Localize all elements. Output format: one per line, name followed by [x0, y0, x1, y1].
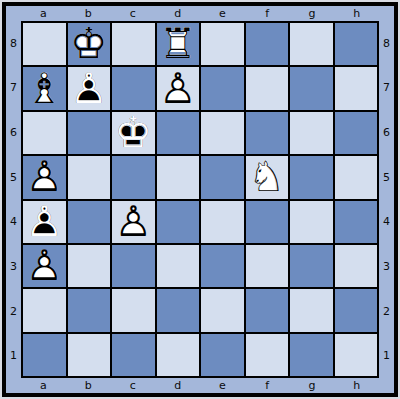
square-c6[interactable]: ♚♔ — [112, 112, 155, 154]
piece-white-pawn-c4[interactable]: ♟♙ — [112, 201, 155, 243]
rank-label-2: 2 — [383, 306, 390, 317]
square-h2[interactable] — [335, 289, 378, 331]
square-d2[interactable] — [157, 289, 200, 331]
rank-label-5: 5 — [10, 172, 17, 183]
square-g3[interactable] — [290, 245, 333, 287]
square-a8[interactable] — [23, 23, 66, 65]
square-e7[interactable] — [201, 67, 244, 109]
file-label-f: f — [245, 380, 290, 391]
board-frame: abcdefgh 87654321 ♚♔♜♖♝♗♟♙♟♙♚♔♟♙♞♘♟♙♟♙♟♙… — [2, 2, 398, 397]
file-label-e: e — [200, 8, 245, 19]
square-f2[interactable] — [246, 289, 289, 331]
file-label-d: d — [155, 380, 200, 391]
rank-label-1: 1 — [383, 350, 390, 361]
rank-label-1: 1 — [10, 350, 17, 361]
square-b1[interactable] — [68, 334, 111, 376]
square-g2[interactable] — [290, 289, 333, 331]
square-h7[interactable] — [335, 67, 378, 109]
piece-outline-glyph: ♗ — [23, 67, 66, 109]
square-c3[interactable] — [112, 245, 155, 287]
square-a3[interactable]: ♟♙ — [23, 245, 66, 287]
square-g7[interactable] — [290, 67, 333, 109]
square-g6[interactable] — [290, 112, 333, 154]
square-b7[interactable]: ♟♙ — [68, 67, 111, 109]
square-b4[interactable] — [68, 201, 111, 243]
file-label-c: c — [111, 380, 156, 391]
square-b3[interactable] — [68, 245, 111, 287]
rank-label-4: 4 — [383, 216, 390, 227]
rank-label-7: 7 — [383, 82, 390, 93]
rank-label-7: 7 — [10, 82, 17, 93]
piece-white-pawn-a5[interactable]: ♟♙ — [23, 156, 66, 198]
square-h5[interactable] — [335, 156, 378, 198]
piece-outline-glyph: ♙ — [68, 67, 111, 109]
piece-outline-glyph: ♙ — [23, 156, 66, 198]
square-a2[interactable] — [23, 289, 66, 331]
rank-label-2: 2 — [10, 306, 17, 317]
square-b6[interactable] — [68, 112, 111, 154]
square-d3[interactable] — [157, 245, 200, 287]
piece-white-rook-d8[interactable]: ♜♖ — [157, 23, 200, 65]
file-label-c: c — [111, 8, 156, 19]
square-a5[interactable]: ♟♙ — [23, 156, 66, 198]
file-label-b: b — [66, 380, 111, 391]
square-c7[interactable] — [112, 67, 155, 109]
square-d5[interactable] — [157, 156, 200, 198]
piece-white-pawn-a3[interactable]: ♟♙ — [23, 245, 66, 287]
square-h4[interactable] — [335, 201, 378, 243]
chess-board: ♚♔♜♖♝♗♟♙♟♙♚♔♟♙♞♘♟♙♟♙♟♙ — [21, 21, 379, 378]
square-f4[interactable] — [246, 201, 289, 243]
square-e3[interactable] — [201, 245, 244, 287]
piece-outline-glyph: ♘ — [246, 156, 289, 198]
rank-label-6: 6 — [10, 127, 17, 138]
piece-black-pawn-b7[interactable]: ♟♙ — [68, 67, 111, 109]
piece-outline-glyph: ♔ — [112, 112, 155, 154]
file-label-a: a — [21, 380, 66, 391]
piece-outline-glyph: ♖ — [157, 23, 200, 65]
square-f7[interactable] — [246, 67, 289, 109]
piece-black-king-c6[interactable]: ♚♔ — [112, 112, 155, 154]
piece-white-bishop-a7[interactable]: ♝♗ — [23, 67, 66, 109]
rank-label-5: 5 — [383, 172, 390, 183]
square-d1[interactable] — [157, 334, 200, 376]
square-a6[interactable] — [23, 112, 66, 154]
rank-label-3: 3 — [10, 261, 17, 272]
file-label-b: b — [66, 8, 111, 19]
file-label-h: h — [334, 380, 379, 391]
rank-label-4: 4 — [10, 216, 17, 227]
square-e5[interactable] — [201, 156, 244, 198]
square-g1[interactable] — [290, 334, 333, 376]
square-f1[interactable] — [246, 334, 289, 376]
piece-outline-glyph: ♙ — [23, 245, 66, 287]
square-d7[interactable]: ♟♙ — [157, 67, 200, 109]
square-f6[interactable] — [246, 112, 289, 154]
rank-label-8: 8 — [383, 38, 390, 49]
square-h1[interactable] — [335, 334, 378, 376]
piece-outline-glyph: ♔ — [68, 23, 111, 65]
piece-black-pawn-a4[interactable]: ♟♙ — [23, 201, 66, 243]
rank-labels-left: 87654321 — [6, 21, 21, 378]
file-label-f: f — [245, 8, 290, 19]
piece-white-pawn-d7[interactable]: ♟♙ — [157, 67, 200, 109]
piece-outline-glyph: ♙ — [157, 67, 200, 109]
piece-white-king-b8[interactable]: ♚♔ — [68, 23, 111, 65]
file-label-h: h — [334, 8, 379, 19]
square-e1[interactable] — [201, 334, 244, 376]
file-label-g: g — [290, 380, 335, 391]
square-f3[interactable] — [246, 245, 289, 287]
square-g4[interactable] — [290, 201, 333, 243]
square-f8[interactable] — [246, 23, 289, 65]
square-a4[interactable]: ♟♙ — [23, 201, 66, 243]
square-g8[interactable] — [290, 23, 333, 65]
square-e6[interactable] — [201, 112, 244, 154]
rank-label-3: 3 — [383, 261, 390, 272]
coordinate-band: abcdefgh 87654321 ♚♔♜♖♝♗♟♙♟♙♚♔♟♙♞♘♟♙♟♙♟♙… — [6, 6, 394, 393]
square-h6[interactable] — [335, 112, 378, 154]
square-b8[interactable]: ♚♔ — [68, 23, 111, 65]
file-labels-bottom: abcdefgh — [21, 378, 379, 393]
file-label-d: d — [155, 8, 200, 19]
square-d4[interactable] — [157, 201, 200, 243]
square-h3[interactable] — [335, 245, 378, 287]
square-e2[interactable] — [201, 289, 244, 331]
square-c1[interactable] — [112, 334, 155, 376]
square-d8[interactable]: ♜♖ — [157, 23, 200, 65]
square-c2[interactable] — [112, 289, 155, 331]
file-label-g: g — [290, 8, 335, 19]
file-label-e: e — [200, 380, 245, 391]
piece-outline-glyph: ♙ — [23, 201, 66, 243]
rank-label-8: 8 — [10, 38, 17, 49]
piece-white-knight-f5[interactable]: ♞♘ — [246, 156, 289, 198]
square-c4[interactable]: ♟♙ — [112, 201, 155, 243]
square-e8[interactable] — [201, 23, 244, 65]
square-f5[interactable]: ♞♘ — [246, 156, 289, 198]
square-e4[interactable] — [201, 201, 244, 243]
chess-diagram: abcdefgh 87654321 ♚♔♜♖♝♗♟♙♟♙♚♔♟♙♞♘♟♙♟♙♟♙… — [0, 0, 400, 399]
square-a1[interactable] — [23, 334, 66, 376]
square-c5[interactable] — [112, 156, 155, 198]
square-b2[interactable] — [68, 289, 111, 331]
file-label-a: a — [21, 8, 66, 19]
square-d6[interactable] — [157, 112, 200, 154]
square-b5[interactable] — [68, 156, 111, 198]
square-g5[interactable] — [290, 156, 333, 198]
rank-labels-right: 87654321 — [379, 21, 394, 378]
square-h8[interactable] — [335, 23, 378, 65]
square-a7[interactable]: ♝♗ — [23, 67, 66, 109]
square-c8[interactable] — [112, 23, 155, 65]
rank-label-6: 6 — [383, 127, 390, 138]
piece-outline-glyph: ♙ — [112, 201, 155, 243]
